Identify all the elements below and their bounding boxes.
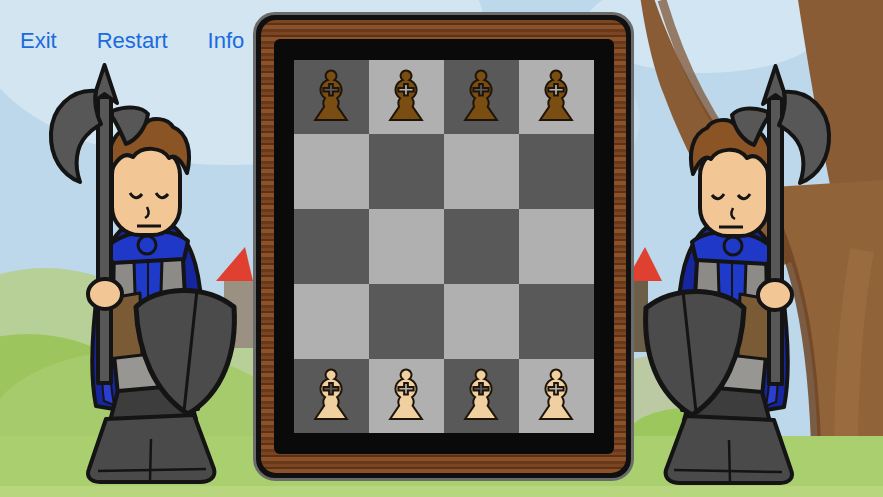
black-bishop[interactable]: ♝ (451, 60, 512, 134)
square-a5[interactable]: ♝ (294, 60, 369, 135)
square-a4[interactable] (294, 134, 369, 209)
square-c2[interactable] (444, 284, 519, 359)
white-bishop[interactable]: ♝ (376, 359, 437, 433)
square-a2[interactable] (294, 284, 369, 359)
right-guard-illustration (632, 62, 832, 487)
square-d2[interactable] (519, 284, 594, 359)
white-bishop[interactable]: ♝ (451, 359, 512, 433)
square-b2[interactable] (369, 284, 444, 359)
black-bishop[interactable]: ♝ (526, 60, 587, 134)
square-d4[interactable] (519, 134, 594, 209)
square-d3[interactable] (519, 209, 594, 284)
wood-frame: ♝ ♝ ♝ ♝ (261, 20, 626, 473)
left-guard-illustration (48, 61, 248, 486)
square-a3[interactable] (294, 209, 369, 284)
board-panel: ♝ ♝ ♝ ♝ (274, 39, 614, 454)
game-screen: ♝ ♝ ♝ ♝ (0, 0, 883, 497)
square-d1[interactable]: ♝ (519, 359, 594, 434)
white-bishop[interactable]: ♝ (301, 359, 362, 433)
square-b4[interactable] (369, 134, 444, 209)
square-c3[interactable] (444, 209, 519, 284)
restart-button[interactable]: Restart (97, 28, 168, 54)
square-b3[interactable] (369, 209, 444, 284)
square-b5[interactable]: ♝ (369, 60, 444, 135)
chess-board: ♝ ♝ ♝ ♝ (294, 60, 594, 434)
info-button[interactable]: Info (208, 28, 245, 54)
menu-bar: Exit Restart Info (20, 28, 244, 54)
square-c4[interactable] (444, 134, 519, 209)
square-a1[interactable]: ♝ (294, 359, 369, 434)
square-c5[interactable]: ♝ (444, 60, 519, 135)
square-c1[interactable]: ♝ (444, 359, 519, 434)
chess-board-frame: ♝ ♝ ♝ ♝ (253, 12, 634, 481)
white-bishop[interactable]: ♝ (526, 359, 587, 433)
square-d5[interactable]: ♝ (519, 60, 594, 135)
black-bishop[interactable]: ♝ (376, 60, 437, 134)
square-b1[interactable]: ♝ (369, 359, 444, 434)
exit-button[interactable]: Exit (20, 28, 57, 54)
black-bishop[interactable]: ♝ (301, 60, 362, 134)
